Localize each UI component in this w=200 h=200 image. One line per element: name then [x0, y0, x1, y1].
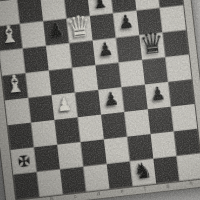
square-c4: ♟ [52, 93, 78, 120]
square-h7 [160, 5, 186, 32]
piece-white-pawn-c4: ♟ [56, 94, 74, 114]
square-d6 [69, 41, 95, 68]
piece-black-pawn-e4: ♟ [102, 89, 120, 109]
piece-black-bishop-e8: ♝ [88, 0, 111, 12]
file-label-c: c [73, 192, 77, 199]
file-label-b: b [50, 195, 54, 200]
file-label-e: e [120, 187, 124, 194]
file-label-g: g [166, 182, 170, 189]
board-grid: ♝♝♟♛♟♟♛♝♟♟♟✠♞ [0, 0, 200, 199]
square-g2 [151, 131, 177, 158]
file-label-h: h [189, 179, 193, 186]
square-b8 [17, 0, 43, 24]
square-b5 [26, 71, 52, 98]
square-a7: ♝ [0, 24, 23, 51]
square-a5: ♝ [2, 73, 28, 100]
square-b2 [34, 145, 60, 172]
square-f4 [122, 85, 148, 112]
square-h4 [168, 79, 194, 106]
square-h2 [174, 129, 200, 156]
square-e5 [95, 63, 121, 90]
piece-black-pawn-g4: ♟ [149, 83, 167, 103]
square-b6 [23, 46, 49, 73]
square-h6 [163, 30, 189, 57]
square-e7 [90, 13, 116, 40]
square-a3 [8, 123, 34, 150]
square-e6: ♟ [93, 38, 119, 65]
square-g5 [142, 57, 168, 84]
square-c6 [46, 43, 72, 70]
file-label-d: d [97, 190, 101, 197]
square-f7: ♟ [113, 11, 139, 38]
square-d7: ♛ [67, 16, 93, 43]
chess-board: ♝♝♟♛♟♟♛♝♟♟♟✠♞ abcdefgh Schach [0, 0, 200, 200]
square-f5 [119, 60, 145, 87]
square-g6: ♛ [139, 33, 165, 60]
square-d2 [81, 139, 107, 166]
square-g4: ♟ [145, 82, 171, 109]
square-h3 [171, 104, 197, 131]
square-c3 [54, 117, 80, 144]
square-d3 [78, 115, 104, 142]
square-e3 [101, 112, 127, 139]
square-b4 [28, 95, 54, 122]
square-e4: ♟ [98, 87, 124, 114]
piece-black-pawn-f7: ♟ [117, 12, 135, 32]
square-d4 [75, 90, 101, 117]
square-b7 [20, 21, 46, 48]
file-label-f: f [144, 185, 147, 192]
piece-black-knight-f1: ♞ [132, 158, 153, 182]
piece-white-bishop-a7: ♝ [0, 22, 21, 48]
square-c2 [57, 142, 83, 169]
square-h5 [165, 55, 191, 82]
file-label-a: a [26, 198, 30, 200]
chessboard-photo: ♝♝♟♛♟♟♛♝♟♟♟✠♞ abcdefgh Schach [0, 0, 200, 200]
square-b3 [31, 120, 57, 147]
piece-black-king-a2: ✠ [17, 153, 31, 169]
square-a4 [5, 98, 31, 125]
square-f3 [124, 109, 150, 136]
square-e2 [104, 137, 130, 164]
piece-black-pawn-e6: ♟ [97, 39, 115, 59]
square-g3 [148, 107, 174, 134]
square-c5 [49, 68, 75, 95]
square-a2: ✠ [11, 147, 37, 174]
piece-black-pawn-c7: ♟ [47, 20, 65, 40]
square-d5 [72, 65, 98, 92]
piece-white-bishop-a5: ♝ [4, 71, 27, 97]
